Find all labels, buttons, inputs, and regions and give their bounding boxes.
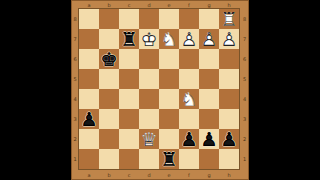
square-f2[interactable]: ♟♙: [179, 129, 199, 149]
rank-label-left-6: 6: [73, 57, 76, 62]
square-h7[interactable]: ♟♙: [219, 29, 239, 49]
white-pawn-outline: ♙: [219, 29, 239, 49]
square-f7[interactable]: ♟♙: [179, 29, 199, 49]
white-knight-outline: ♘: [179, 89, 199, 109]
rank-label-left-2: 2: [73, 137, 76, 142]
square-c5[interactable]: [119, 69, 139, 89]
square-g6[interactable]: [199, 49, 219, 69]
rank-label-left-5: 5: [73, 77, 76, 82]
square-g2[interactable]: ♟♙: [199, 129, 219, 149]
square-d3[interactable]: [139, 109, 159, 129]
piece-white-king[interactable]: ♚♔: [139, 29, 159, 49]
square-g4[interactable]: [199, 89, 219, 109]
file-label-top-b: b: [107, 2, 110, 7]
file-label-bottom-f: f: [188, 172, 190, 177]
square-h1[interactable]: [219, 149, 239, 169]
file-label-bottom-h: h: [227, 172, 230, 177]
square-b1[interactable]: [99, 149, 119, 169]
square-c7[interactable]: ♜♖: [119, 29, 139, 49]
square-b3[interactable]: [99, 109, 119, 129]
rank-label-right-8: 8: [243, 17, 246, 22]
square-e3[interactable]: [159, 109, 179, 129]
square-d8[interactable]: [139, 9, 159, 29]
black-king-outline: ♔: [99, 49, 119, 69]
file-label-bottom-g: g: [207, 172, 210, 177]
square-h6[interactable]: [219, 49, 239, 69]
black-pawn-outline: ♙: [199, 129, 219, 149]
square-e4[interactable]: [159, 89, 179, 109]
file-label-bottom-b: b: [107, 172, 110, 177]
square-a6[interactable]: [79, 49, 99, 69]
black-pawn-outline: ♙: [219, 129, 239, 149]
file-label-top-c: c: [128, 2, 131, 7]
square-b5[interactable]: [99, 69, 119, 89]
file-label-top-g: g: [207, 2, 210, 7]
piece-black-pawn[interactable]: ♟♙: [199, 129, 219, 149]
piece-white-knight[interactable]: ♞♘: [179, 89, 199, 109]
piece-black-king[interactable]: ♚♔: [99, 49, 119, 69]
square-g5[interactable]: [199, 69, 219, 89]
square-a4[interactable]: [79, 89, 99, 109]
square-a5[interactable]: [79, 69, 99, 89]
square-g3[interactable]: [199, 109, 219, 129]
square-c4[interactable]: [119, 89, 139, 109]
square-d5[interactable]: [139, 69, 159, 89]
rank-label-right-3: 3: [243, 117, 246, 122]
square-f5[interactable]: [179, 69, 199, 89]
piece-black-rook[interactable]: ♜♖: [159, 149, 179, 169]
chess-board[interactable]: ♜♖♜♖♚♔♞♘♟♙♟♙♟♙♚♔♞♘♟♙♛♕♟♙♟♙♟♙♜♖: [79, 9, 239, 169]
white-pawn-outline: ♙: [199, 29, 219, 49]
square-b4[interactable]: [99, 89, 119, 109]
square-d7[interactable]: ♚♔: [139, 29, 159, 49]
rank-label-right-1: 1: [243, 157, 246, 162]
rank-label-right-4: 4: [243, 97, 246, 102]
square-d6[interactable]: [139, 49, 159, 69]
square-e7[interactable]: ♞♘: [159, 29, 179, 49]
square-h2[interactable]: ♟♙: [219, 129, 239, 149]
white-king-outline: ♔: [139, 29, 159, 49]
rank-label-left-8: 8: [73, 17, 76, 22]
rank-label-right-6: 6: [243, 57, 246, 62]
white-queen-outline: ♕: [139, 129, 159, 149]
piece-black-pawn[interactable]: ♟♙: [179, 129, 199, 149]
rank-label-right-2: 2: [243, 137, 246, 142]
square-b7[interactable]: [99, 29, 119, 49]
square-d4[interactable]: [139, 89, 159, 109]
white-pawn-outline: ♙: [179, 29, 199, 49]
square-a2[interactable]: [79, 129, 99, 149]
square-g7[interactable]: ♟♙: [199, 29, 219, 49]
file-label-bottom-c: c: [128, 172, 131, 177]
square-a8[interactable]: [79, 9, 99, 29]
square-g8[interactable]: [199, 9, 219, 29]
square-c2[interactable]: [119, 129, 139, 149]
piece-black-pawn[interactable]: ♟♙: [219, 129, 239, 149]
square-c1[interactable]: [119, 149, 139, 169]
square-g1[interactable]: [199, 149, 219, 169]
file-label-bottom-a: a: [87, 172, 90, 177]
square-a7[interactable]: [79, 29, 99, 49]
square-a1[interactable]: [79, 149, 99, 169]
rank-label-left-1: 1: [73, 157, 76, 162]
square-e5[interactable]: [159, 69, 179, 89]
square-f8[interactable]: [179, 9, 199, 29]
file-label-top-e: e: [167, 2, 170, 7]
rank-label-right-7: 7: [243, 37, 246, 42]
white-rook-outline: ♖: [219, 9, 239, 29]
piece-white-pawn[interactable]: ♟♙: [199, 29, 219, 49]
square-c3[interactable]: [119, 109, 139, 129]
square-e1[interactable]: ♜♖: [159, 149, 179, 169]
black-pawn-outline: ♙: [179, 129, 199, 149]
square-h4[interactable]: [219, 89, 239, 109]
square-h3[interactable]: [219, 109, 239, 129]
rank-label-right-5: 5: [243, 77, 246, 82]
square-h8[interactable]: ♜♖: [219, 9, 239, 29]
square-b6[interactable]: ♚♔: [99, 49, 119, 69]
black-rook-outline: ♖: [119, 29, 139, 49]
board-frame: ♜♖♜♖♚♔♞♘♟♙♟♙♟♙♚♔♞♘♟♙♛♕♟♙♟♙♟♙♜♖ aabbccdde…: [71, 0, 249, 180]
square-a3[interactable]: ♟♙: [79, 109, 99, 129]
piece-black-pawn[interactable]: ♟♙: [79, 109, 99, 129]
rank-label-left-3: 3: [73, 117, 76, 122]
square-f6[interactable]: [179, 49, 199, 69]
square-b8[interactable]: [99, 9, 119, 29]
square-f3[interactable]: [179, 109, 199, 129]
rank-label-left-4: 4: [73, 97, 76, 102]
piece-white-knight[interactable]: ♞♘: [159, 29, 179, 49]
square-c6[interactable]: [119, 49, 139, 69]
piece-white-rook[interactable]: ♜♖: [219, 9, 239, 29]
piece-white-pawn[interactable]: ♟♙: [179, 29, 199, 49]
file-label-bottom-e: e: [167, 172, 170, 177]
square-b2[interactable]: [99, 129, 119, 149]
file-label-top-f: f: [188, 2, 190, 7]
piece-white-queen[interactable]: ♛♕: [139, 129, 159, 149]
square-f1[interactable]: [179, 149, 199, 169]
square-d2[interactable]: ♛♕: [139, 129, 159, 149]
rank-label-left-7: 7: [73, 37, 76, 42]
black-rook-outline: ♖: [159, 149, 179, 169]
square-e8[interactable]: [159, 9, 179, 29]
file-label-bottom-d: d: [147, 172, 150, 177]
file-label-top-h: h: [227, 2, 230, 7]
file-label-top-a: a: [87, 2, 90, 7]
file-label-top-d: d: [147, 2, 150, 7]
screenshot-canvas: ♜♖♜♖♚♔♞♘♟♙♟♙♟♙♚♔♞♘♟♙♛♕♟♙♟♙♟♙♜♖ aabbccdde…: [0, 0, 320, 180]
piece-white-pawn[interactable]: ♟♙: [219, 29, 239, 49]
white-knight-outline: ♘: [159, 29, 179, 49]
square-f4[interactable]: ♞♘: [179, 89, 199, 109]
square-h5[interactable]: [219, 69, 239, 89]
black-pawn-outline: ♙: [79, 109, 99, 129]
square-e6[interactable]: [159, 49, 179, 69]
square-e2[interactable]: [159, 129, 179, 149]
square-d1[interactable]: [139, 149, 159, 169]
piece-black-rook[interactable]: ♜♖: [119, 29, 139, 49]
square-c8[interactable]: [119, 9, 139, 29]
